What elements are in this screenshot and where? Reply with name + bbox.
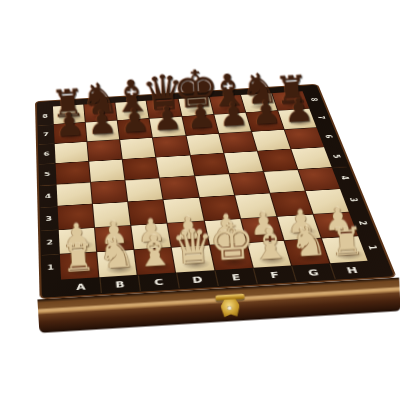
- square-e4: [195, 174, 234, 197]
- board-frame: ♜♞♝♛♚♝♞♜♟♟♟♟♟♟♟♟♟♟♟♟♟♟♟♟♜♞♝♛♚♝♞♜ 8765432…: [35, 84, 397, 300]
- rank-label-left-4: 4: [40, 184, 57, 207]
- file-label-h: H: [330, 262, 374, 279]
- square-f1: ♝: [247, 241, 291, 268]
- file-label-a: A: [61, 278, 101, 296]
- piece-black-pawn: ♟: [87, 106, 118, 139]
- square-b1: ♞: [97, 250, 137, 277]
- file-label-c: C: [138, 273, 179, 291]
- square-c6: [120, 138, 155, 159]
- square-c1: ♝: [135, 248, 176, 275]
- square-d7: ♟: [150, 117, 185, 137]
- piece-black-pawn: ♟: [185, 100, 216, 133]
- square-f6: [219, 132, 257, 153]
- square-f7: ♟: [214, 113, 251, 133]
- square-e7: ♟: [182, 115, 218, 135]
- square-g1: ♞: [284, 238, 329, 265]
- square-e1: ♚: [210, 243, 253, 270]
- piece-white-rook: ♜: [61, 240, 96, 277]
- brass-clasp: [213, 293, 249, 329]
- square-g6: [252, 130, 290, 151]
- piece-black-pawn: ♟: [250, 96, 281, 129]
- square-e5: [190, 153, 228, 175]
- square-f5: [224, 151, 263, 173]
- piece-white-bishop: ♝: [135, 230, 176, 273]
- chess-board-box: ♜♞♝♛♚♝♞♜♟♟♟♟♟♟♟♟♟♟♟♟♟♟♟♟♜♞♝♛♚♝♞♜ 8765432…: [35, 84, 397, 300]
- square-a6: [55, 142, 89, 163]
- square-c7: ♟: [118, 119, 152, 139]
- file-label-e: E: [214, 269, 256, 287]
- square-g7: ♟: [246, 111, 283, 131]
- rank-label-left-2: 2: [41, 229, 59, 254]
- piece-black-pawn: ♟: [152, 102, 183, 135]
- square-b6: [88, 140, 122, 161]
- rank-label-left-5: 5: [39, 163, 55, 185]
- rank-label-right-6: 6: [310, 131, 347, 142]
- piece-white-queen: ♛: [171, 223, 216, 270]
- piece-black-pawn: ♟: [54, 108, 85, 141]
- rank-label-left-1: 1: [42, 254, 60, 281]
- rank-label-left-6: 6: [39, 144, 55, 165]
- square-d6: [153, 136, 189, 157]
- rank-label-right-5: 5: [318, 151, 356, 162]
- piece-white-knight: ♞: [97, 233, 137, 275]
- rank-label-right-7: 7: [303, 112, 339, 122]
- piece-white-knight: ♞: [289, 221, 329, 263]
- rank-label-right-8: 8: [297, 95, 332, 105]
- rank-label-left-3: 3: [40, 206, 57, 230]
- square-b4: [91, 180, 127, 203]
- square-g5: [258, 149, 298, 171]
- square-a4: [57, 182, 92, 205]
- rank-label-left-8: 8: [38, 107, 53, 126]
- file-label-d: D: [176, 271, 218, 289]
- square-f4: [229, 172, 269, 195]
- square-g4: [264, 170, 305, 193]
- square-a5: [56, 162, 90, 184]
- piece-black-pawn: ♟: [218, 98, 249, 131]
- square-d5: [157, 155, 194, 177]
- square-c5: [123, 157, 159, 179]
- clasp-pendant: [220, 298, 240, 317]
- square-b7: ♟: [86, 121, 120, 141]
- square-c4: [126, 178, 163, 201]
- square-d1: ♛: [172, 245, 214, 272]
- rank-label-left-7: 7: [38, 125, 53, 145]
- square-a1: ♜: [60, 252, 99, 279]
- chess-set-photo: ♜♞♝♛♚♝♞♜♟♟♟♟♟♟♟♟♟♟♟♟♟♟♟♟♜♞♝♛♚♝♞♜ 8765432…: [36, 14, 356, 332]
- file-label-b: B: [99, 276, 139, 294]
- tilt-wrapper: ♜♞♝♛♚♝♞♜♟♟♟♟♟♟♟♟♟♟♟♟♟♟♟♟♜♞♝♛♚♝♞♜ 8765432…: [27, 5, 366, 342]
- square-h1: ♜: [322, 236, 368, 263]
- piece-white-rook: ♜: [329, 223, 364, 260]
- file-label-g: G: [291, 264, 334, 282]
- square-b5: [89, 159, 124, 181]
- piece-black-pawn: ♟: [119, 104, 150, 137]
- square-d4: [160, 176, 198, 199]
- square-a7: ♟: [54, 123, 87, 143]
- file-label-f: F: [253, 266, 296, 284]
- piece-white-bishop: ♝: [250, 222, 291, 265]
- square-e6: [186, 134, 223, 155]
